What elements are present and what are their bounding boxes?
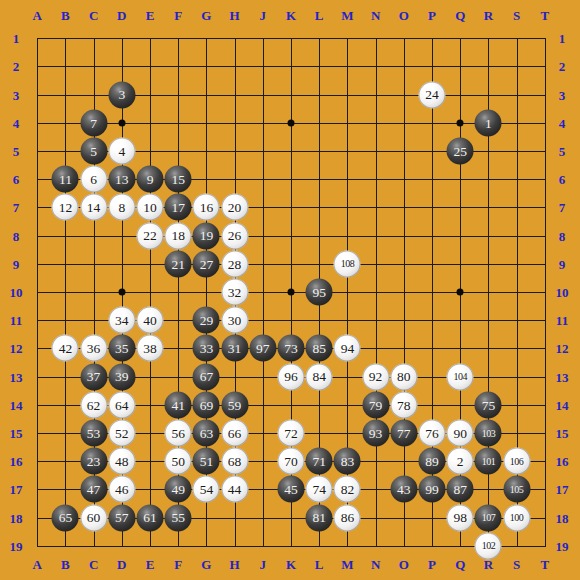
- stone-number: 7: [90, 116, 97, 130]
- stone-black: 35: [108, 335, 135, 362]
- stone-number: 39: [115, 370, 129, 384]
- stone-black: 87: [447, 476, 474, 503]
- stone-number: 67: [200, 370, 214, 384]
- stone-black: 63: [193, 420, 220, 447]
- row-label-left: 13: [10, 370, 23, 383]
- col-label-bottom: T: [540, 558, 549, 571]
- col-label-top: S: [513, 9, 520, 22]
- stone-number: 60: [87, 511, 101, 525]
- stone-black: 1: [475, 109, 502, 136]
- stone-number: 46: [115, 483, 129, 497]
- grid-line: [376, 38, 377, 547]
- stone-number: 73: [284, 342, 298, 356]
- col-label-bottom: K: [286, 558, 296, 571]
- stone-number: 74: [312, 483, 326, 497]
- stone-number: 98: [453, 511, 467, 525]
- stone-number: 16: [200, 201, 214, 215]
- col-label-top: K: [286, 9, 296, 22]
- stone-number: 86: [341, 511, 355, 525]
- stone-black: 41: [165, 391, 192, 418]
- stone-number: 4: [118, 144, 125, 158]
- stone-white: 104: [447, 363, 474, 390]
- stone-black: 43: [390, 476, 417, 503]
- stone-number: 11: [59, 172, 72, 186]
- stone-number: 36: [87, 342, 101, 356]
- stone-white: 74: [306, 476, 333, 503]
- col-label-bottom: B: [61, 558, 70, 571]
- stone-number: 81: [312, 511, 326, 525]
- col-label-bottom: S: [513, 558, 520, 571]
- stone-number: 93: [369, 426, 383, 440]
- col-label-top: R: [484, 9, 493, 22]
- stone-white: 10: [137, 194, 164, 221]
- stone-number: 26: [228, 229, 242, 243]
- stone-number: 63: [200, 426, 214, 440]
- stone-white: 102: [475, 532, 502, 559]
- stone-number: 61: [143, 511, 157, 525]
- stone-white: 12: [52, 194, 79, 221]
- col-label-bottom: H: [230, 558, 240, 571]
- stone-number: 56: [171, 426, 185, 440]
- stone-black: 67: [193, 363, 220, 390]
- stone-number: 8: [118, 201, 125, 215]
- stone-white: 30: [221, 307, 248, 334]
- row-label-right: 6: [559, 173, 566, 186]
- stone-white: 24: [419, 81, 446, 108]
- row-label-right: 15: [556, 427, 569, 440]
- stone-number: 53: [87, 426, 101, 440]
- stone-number: 45: [284, 483, 298, 497]
- stone-black: 107: [475, 504, 502, 531]
- stone-number: 44: [228, 483, 242, 497]
- stone-number: 83: [341, 454, 355, 468]
- row-label-right: 16: [556, 455, 569, 468]
- row-label-right: 19: [556, 539, 569, 552]
- row-label-left: 12: [10, 342, 23, 355]
- stone-black: 101: [475, 448, 502, 475]
- star-point: [288, 289, 295, 296]
- col-label-top: L: [315, 9, 324, 22]
- stone-black: 85: [306, 335, 333, 362]
- stone-number: 5: [90, 144, 97, 158]
- stone-black: 89: [419, 448, 446, 475]
- col-label-top: C: [89, 9, 98, 22]
- row-label-left: 14: [10, 398, 23, 411]
- stone-number: 19: [200, 229, 214, 243]
- stone-number: 49: [171, 483, 185, 497]
- stone-black: 49: [165, 476, 192, 503]
- col-label-top: G: [201, 9, 211, 22]
- stone-black: 23: [80, 448, 107, 475]
- stone-black: 51: [193, 448, 220, 475]
- row-label-right: 17: [556, 483, 569, 496]
- stone-black: 15: [165, 166, 192, 193]
- stone-white: 2: [447, 448, 474, 475]
- stone-number: 1: [485, 116, 492, 130]
- row-label-left: 5: [13, 145, 20, 158]
- stone-number: 55: [171, 511, 185, 525]
- stone-number: 105: [510, 484, 524, 494]
- row-label-left: 2: [13, 60, 20, 73]
- stone-white: 64: [108, 391, 135, 418]
- stone-number: 54: [200, 483, 214, 497]
- col-label-bottom: L: [315, 558, 324, 571]
- go-board-diagram: ABCDEFGHJKLMNOPQRST ABCDEFGHJKLMNOPQRST …: [0, 0, 580, 580]
- stone-number: 42: [59, 342, 73, 356]
- stone-black: 13: [108, 166, 135, 193]
- row-label-right: 5: [559, 145, 566, 158]
- stone-white: 90: [447, 420, 474, 447]
- col-label-top: J: [260, 9, 267, 22]
- stone-black: 45: [278, 476, 305, 503]
- col-label-bottom: E: [146, 558, 155, 571]
- col-label-top: M: [341, 9, 353, 22]
- stone-black: 17: [165, 194, 192, 221]
- stone-black: 29: [193, 307, 220, 334]
- stone-white: 8: [108, 194, 135, 221]
- stone-number: 12: [59, 201, 73, 215]
- stone-white: 94: [334, 335, 361, 362]
- stone-number: 6: [90, 172, 97, 186]
- stone-black: 9: [137, 166, 164, 193]
- col-label-bottom: P: [428, 558, 436, 571]
- row-label-right: 4: [559, 116, 566, 129]
- row-label-right: 11: [556, 314, 568, 327]
- stone-white: 38: [137, 335, 164, 362]
- row-label-right: 7: [559, 201, 566, 214]
- stone-white: 32: [221, 279, 248, 306]
- col-label-bottom: R: [484, 558, 493, 571]
- stone-black: 75: [475, 391, 502, 418]
- stone-white: 40: [137, 307, 164, 334]
- stone-number: 9: [147, 172, 154, 186]
- col-label-top: D: [117, 9, 126, 22]
- stone-number: 30: [228, 313, 242, 327]
- stone-black: 105: [503, 476, 530, 503]
- row-label-left: 4: [13, 116, 20, 129]
- stone-black: 59: [221, 391, 248, 418]
- stone-white: 18: [165, 222, 192, 249]
- row-label-left: 10: [10, 286, 23, 299]
- col-label-top: A: [32, 9, 41, 22]
- stone-black: 27: [193, 250, 220, 277]
- stone-white: 50: [165, 448, 192, 475]
- stone-white: 100: [503, 504, 530, 531]
- row-label-right: 18: [556, 511, 569, 524]
- col-label-top: B: [61, 9, 70, 22]
- col-label-top: O: [399, 9, 409, 22]
- stone-number: 103: [482, 428, 496, 438]
- stone-black: 103: [475, 420, 502, 447]
- row-label-left: 19: [10, 539, 23, 552]
- col-label-top: P: [428, 9, 436, 22]
- col-label-top: F: [174, 9, 182, 22]
- stone-number: 92: [369, 370, 383, 384]
- stone-number: 89: [425, 454, 439, 468]
- stone-black: 55: [165, 504, 192, 531]
- stone-number: 95: [312, 285, 326, 299]
- stone-black: 53: [80, 420, 107, 447]
- row-label-left: 18: [10, 511, 23, 524]
- stone-black: 21: [165, 250, 192, 277]
- stone-white: 80: [390, 363, 417, 390]
- stone-number: 87: [453, 483, 467, 497]
- stone-black: 73: [278, 335, 305, 362]
- row-label-right: 10: [556, 286, 569, 299]
- row-label-right: 14: [556, 398, 569, 411]
- col-label-bottom: N: [371, 558, 380, 571]
- stone-number: 2: [457, 454, 464, 468]
- stone-number: 77: [397, 426, 411, 440]
- star-point: [457, 119, 464, 126]
- stone-number: 80: [397, 370, 411, 384]
- row-label-left: 9: [13, 257, 20, 270]
- stone-number: 32: [228, 285, 242, 299]
- stone-number: 66: [228, 426, 242, 440]
- row-label-left: 7: [13, 201, 20, 214]
- stone-number: 48: [115, 454, 129, 468]
- col-label-top: Q: [455, 9, 465, 22]
- stone-black: 71: [306, 448, 333, 475]
- stone-number: 43: [397, 483, 411, 497]
- stone-number: 15: [171, 172, 185, 186]
- stone-black: 11: [52, 166, 79, 193]
- stone-number: 59: [228, 398, 242, 412]
- stone-black: 33: [193, 335, 220, 362]
- stone-number: 75: [482, 398, 496, 412]
- stone-number: 70: [284, 454, 298, 468]
- col-label-bottom: C: [89, 558, 98, 571]
- stone-white: 66: [221, 420, 248, 447]
- grid-line: [404, 38, 405, 547]
- stone-black: 61: [137, 504, 164, 531]
- stone-black: 3: [108, 81, 135, 108]
- stone-number: 108: [341, 259, 355, 269]
- row-label-left: 15: [10, 427, 23, 440]
- stone-black: 7: [80, 109, 107, 136]
- col-label-bottom: O: [399, 558, 409, 571]
- row-label-right: 2: [559, 60, 566, 73]
- stone-number: 41: [171, 398, 185, 412]
- grid-line: [545, 38, 546, 547]
- stone-white: 48: [108, 448, 135, 475]
- stone-white: 52: [108, 420, 135, 447]
- stone-black: 83: [334, 448, 361, 475]
- star-point: [457, 289, 464, 296]
- stone-number: 28: [228, 257, 242, 271]
- stone-number: 102: [482, 541, 496, 551]
- stone-white: 16: [193, 194, 220, 221]
- star-point: [118, 289, 125, 296]
- row-label-left: 11: [10, 314, 22, 327]
- stone-white: 22: [137, 222, 164, 249]
- stone-white: 92: [362, 363, 389, 390]
- stone-number: 57: [115, 511, 129, 525]
- stone-number: 25: [453, 144, 467, 158]
- stone-black: 77: [390, 420, 417, 447]
- stone-number: 97: [256, 342, 270, 356]
- stone-number: 65: [59, 511, 73, 525]
- stone-white: 62: [80, 391, 107, 418]
- stone-number: 94: [341, 342, 355, 356]
- stone-number: 37: [87, 370, 101, 384]
- stone-white: 26: [221, 222, 248, 249]
- col-label-bottom: J: [260, 558, 267, 571]
- stone-white: 76: [419, 420, 446, 447]
- stone-number: 96: [284, 370, 298, 384]
- stone-white: 96: [278, 363, 305, 390]
- col-label-bottom: F: [174, 558, 182, 571]
- stone-number: 17: [171, 201, 185, 215]
- stone-white: 72: [278, 420, 305, 447]
- stone-number: 50: [171, 454, 185, 468]
- stone-number: 51: [200, 454, 214, 468]
- row-label-left: 6: [13, 173, 20, 186]
- stone-white: 4: [108, 138, 135, 165]
- stone-number: 99: [425, 483, 439, 497]
- row-label-left: 1: [13, 32, 20, 45]
- row-label-right: 13: [556, 370, 569, 383]
- stone-black: 31: [221, 335, 248, 362]
- stone-white: 70: [278, 448, 305, 475]
- stone-number: 64: [115, 398, 129, 412]
- row-label-right: 3: [559, 88, 566, 101]
- star-point: [118, 119, 125, 126]
- stone-white: 56: [165, 420, 192, 447]
- stone-number: 24: [425, 88, 439, 102]
- col-label-top: H: [230, 9, 240, 22]
- stone-number: 31: [228, 342, 242, 356]
- stone-white: 34: [108, 307, 135, 334]
- stone-black: 97: [249, 335, 276, 362]
- stone-black: 25: [447, 138, 474, 165]
- stone-white: 82: [334, 476, 361, 503]
- stone-white: 84: [306, 363, 333, 390]
- stone-black: 95: [306, 279, 333, 306]
- stone-white: 36: [80, 335, 107, 362]
- stone-number: 72: [284, 426, 298, 440]
- stone-white: 14: [80, 194, 107, 221]
- stone-number: 35: [115, 342, 129, 356]
- stone-number: 79: [369, 398, 383, 412]
- row-label-left: 16: [10, 455, 23, 468]
- stone-number: 52: [115, 426, 129, 440]
- col-label-bottom: A: [32, 558, 41, 571]
- stone-number: 33: [200, 342, 214, 356]
- stone-white: 98: [447, 504, 474, 531]
- stone-number: 34: [115, 313, 129, 327]
- row-label-left: 3: [13, 88, 20, 101]
- stone-number: 38: [143, 342, 157, 356]
- stone-white: 108: [334, 250, 361, 277]
- stone-white: 78: [390, 391, 417, 418]
- row-label-right: 9: [559, 257, 566, 270]
- stone-black: 39: [108, 363, 135, 390]
- stone-number: 22: [143, 229, 157, 243]
- stone-white: 44: [221, 476, 248, 503]
- stone-number: 78: [397, 398, 411, 412]
- stone-number: 29: [200, 313, 214, 327]
- stone-number: 13: [115, 172, 129, 186]
- stone-number: 76: [425, 426, 439, 440]
- star-point: [288, 119, 295, 126]
- stone-white: 54: [193, 476, 220, 503]
- stone-white: 20: [221, 194, 248, 221]
- stone-black: 69: [193, 391, 220, 418]
- stone-number: 71: [312, 454, 326, 468]
- stone-number: 82: [341, 483, 355, 497]
- stone-black: 19: [193, 222, 220, 249]
- stone-number: 100: [510, 513, 524, 523]
- stone-number: 69: [200, 398, 214, 412]
- stone-number: 27: [200, 257, 214, 271]
- stone-white: 106: [503, 448, 530, 475]
- stone-black: 47: [80, 476, 107, 503]
- stone-number: 101: [482, 456, 496, 466]
- col-label-bottom: M: [341, 558, 353, 571]
- stone-number: 10: [143, 201, 157, 215]
- stone-number: 40: [143, 313, 157, 327]
- col-label-bottom: Q: [455, 558, 465, 571]
- row-label-right: 8: [559, 229, 566, 242]
- stone-number: 68: [228, 454, 242, 468]
- stone-number: 104: [453, 372, 467, 382]
- stone-number: 21: [171, 257, 185, 271]
- stone-number: 47: [87, 483, 101, 497]
- stone-white: 46: [108, 476, 135, 503]
- row-label-left: 8: [13, 229, 20, 242]
- stone-black: 57: [108, 504, 135, 531]
- col-label-top: N: [371, 9, 380, 22]
- stone-white: 6: [80, 166, 107, 193]
- col-label-top: T: [540, 9, 549, 22]
- stone-white: 68: [221, 448, 248, 475]
- stone-white: 42: [52, 335, 79, 362]
- stone-black: 93: [362, 420, 389, 447]
- stone-number: 20: [228, 201, 242, 215]
- row-label-right: 1: [559, 32, 566, 45]
- stone-black: 5: [80, 138, 107, 165]
- stone-black: 99: [419, 476, 446, 503]
- row-label-right: 12: [556, 342, 569, 355]
- stone-white: 60: [80, 504, 107, 531]
- stone-number: 85: [312, 342, 326, 356]
- stone-black: 65: [52, 504, 79, 531]
- col-label-bottom: D: [117, 558, 126, 571]
- grid-line: [37, 546, 546, 547]
- stone-number: 14: [87, 201, 101, 215]
- stone-number: 23: [87, 454, 101, 468]
- stone-number: 107: [482, 513, 496, 523]
- col-label-bottom: G: [201, 558, 211, 571]
- stone-white: 28: [221, 250, 248, 277]
- stone-white: 86: [334, 504, 361, 531]
- stone-black: 37: [80, 363, 107, 390]
- row-label-left: 17: [10, 483, 23, 496]
- stone-number: 3: [118, 88, 125, 102]
- stone-number: 18: [171, 229, 185, 243]
- stone-number: 84: [312, 370, 326, 384]
- stone-number: 62: [87, 398, 101, 412]
- stone-number: 106: [510, 456, 524, 466]
- stone-number: 90: [453, 426, 467, 440]
- stone-black: 79: [362, 391, 389, 418]
- col-label-top: E: [146, 9, 155, 22]
- stone-black: 81: [306, 504, 333, 531]
